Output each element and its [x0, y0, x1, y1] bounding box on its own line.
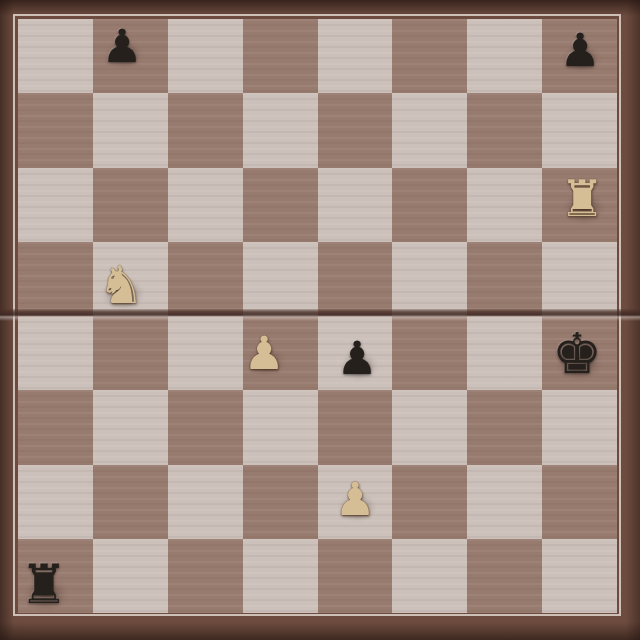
square-a7[interactable]	[18, 93, 93, 167]
square-c4[interactable]	[168, 316, 243, 390]
square-f2[interactable]	[392, 465, 467, 539]
square-d2[interactable]	[243, 465, 318, 539]
square-h5[interactable]	[542, 242, 617, 316]
square-a3[interactable]	[18, 390, 93, 464]
piece-black-king-h4[interactable]: ♚	[552, 326, 602, 382]
square-b3[interactable]	[93, 390, 168, 464]
square-c3[interactable]	[168, 390, 243, 464]
square-d1[interactable]	[243, 539, 318, 613]
board-fold-seam	[0, 309, 640, 321]
piece-white-knight-b5[interactable]: ♞	[98, 259, 145, 311]
square-g8[interactable]	[467, 19, 542, 93]
square-d8[interactable]	[243, 19, 318, 93]
square-f4[interactable]	[392, 316, 467, 390]
square-h3[interactable]	[542, 390, 617, 464]
square-b2[interactable]	[93, 465, 168, 539]
square-f3[interactable]	[392, 390, 467, 464]
black-rook-glyph: ♜	[20, 558, 68, 612]
square-d6[interactable]	[243, 168, 318, 242]
square-d7[interactable]	[243, 93, 318, 167]
square-e7[interactable]	[318, 93, 393, 167]
square-b1[interactable]	[93, 539, 168, 613]
white-knight-glyph: ♞	[98, 259, 145, 311]
square-e6[interactable]	[318, 168, 393, 242]
square-c8[interactable]	[168, 19, 243, 93]
square-g6[interactable]	[467, 168, 542, 242]
square-e1[interactable]	[318, 539, 393, 613]
square-f1[interactable]	[392, 539, 467, 613]
black-pawn-glyph: ♟	[101, 23, 142, 69]
square-a5[interactable]	[18, 242, 93, 316]
piece-black-pawn-e4[interactable]: ♟	[336, 335, 377, 381]
square-g2[interactable]	[467, 465, 542, 539]
square-c2[interactable]	[168, 465, 243, 539]
white-pawn-glyph: ♟	[243, 330, 284, 376]
square-f5[interactable]	[392, 242, 467, 316]
square-f7[interactable]	[392, 93, 467, 167]
square-h2[interactable]	[542, 465, 617, 539]
square-f6[interactable]	[392, 168, 467, 242]
square-a6[interactable]	[18, 168, 93, 242]
square-c5[interactable]	[168, 242, 243, 316]
black-pawn-glyph: ♟	[336, 335, 377, 381]
square-g3[interactable]	[467, 390, 542, 464]
square-f8[interactable]	[392, 19, 467, 93]
chess-board-photo: ♟♟♜♞♟♟♚♟♜	[0, 0, 640, 640]
square-a2[interactable]	[18, 465, 93, 539]
square-h7[interactable]	[542, 93, 617, 167]
piece-black-pawn-h8[interactable]: ♟	[559, 27, 600, 73]
white-pawn-glyph: ♟	[334, 476, 375, 522]
square-c7[interactable]	[168, 93, 243, 167]
square-g7[interactable]	[467, 93, 542, 167]
square-h1[interactable]	[542, 539, 617, 613]
square-c6[interactable]	[168, 168, 243, 242]
black-king-glyph: ♚	[552, 326, 602, 382]
piece-white-rook-h6[interactable]: ♜	[560, 174, 605, 224]
black-pawn-glyph: ♟	[559, 27, 600, 73]
square-b6[interactable]	[93, 168, 168, 242]
square-a4[interactable]	[18, 316, 93, 390]
piece-white-pawn-d4[interactable]: ♟	[243, 330, 284, 376]
square-g4[interactable]	[467, 316, 542, 390]
piece-black-rook-a1[interactable]: ♜	[20, 558, 68, 612]
square-b4[interactable]	[93, 316, 168, 390]
piece-white-pawn-e2[interactable]: ♟	[334, 476, 375, 522]
square-d3[interactable]	[243, 390, 318, 464]
piece-black-pawn-b8[interactable]: ♟	[101, 23, 142, 69]
square-e8[interactable]	[318, 19, 393, 93]
square-b7[interactable]	[93, 93, 168, 167]
square-d5[interactable]	[243, 242, 318, 316]
square-g5[interactable]	[467, 242, 542, 316]
square-a8[interactable]	[18, 19, 93, 93]
square-e5[interactable]	[318, 242, 393, 316]
white-rook-glyph: ♜	[560, 174, 605, 224]
square-g1[interactable]	[467, 539, 542, 613]
square-e3[interactable]	[318, 390, 393, 464]
square-c1[interactable]	[168, 539, 243, 613]
